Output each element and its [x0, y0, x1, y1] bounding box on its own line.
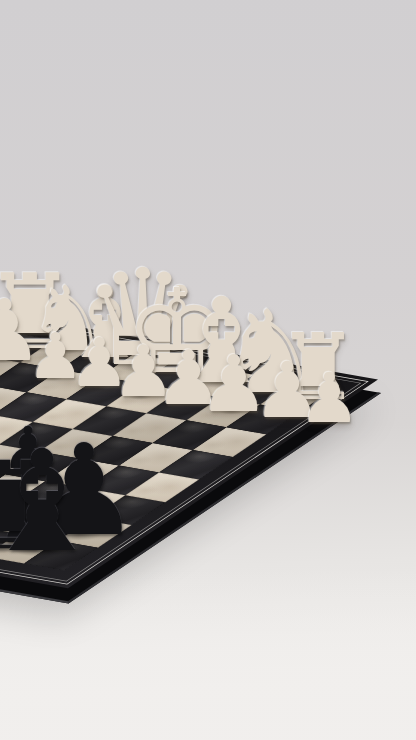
chess-set-photo: ♜♞♝♛♚♝♞♜♟♟♟♟♟♟♟♟♟♟♝♞♜: [0, 0, 416, 740]
pieces-layer: ♜♞♝♛♚♝♞♜♟♟♟♟♟♟♟♟♟♟♝♞♜: [0, 0, 416, 740]
black-bishop: ♝: [0, 432, 112, 572]
white-pawn: ♟: [295, 364, 364, 433]
